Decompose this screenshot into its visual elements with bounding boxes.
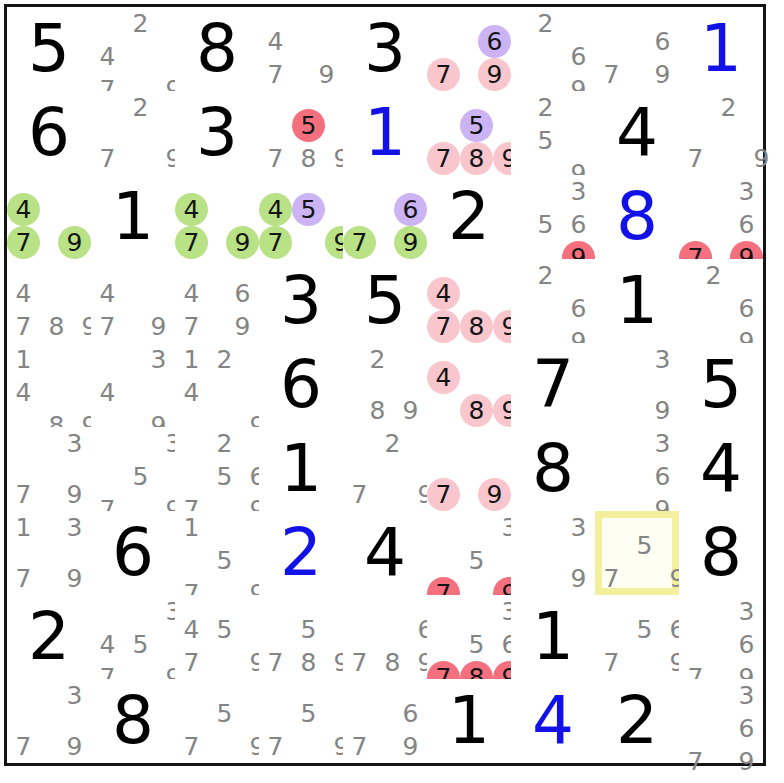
cell-r2c2[interactable]: 279 [91,91,176,176]
candidate-7-pink-highlight: 7 [427,310,460,343]
cell-r5c7[interactable]: 7 [511,343,596,428]
candidate-slot-2 [292,7,310,25]
cell-r2c9[interactable]: 279 [679,91,763,176]
candidate-grid: 1579 [175,511,259,595]
candidate-9: 9 [142,310,175,343]
candidate-slot-3 [562,7,595,40]
cell-r2c4[interactable]: 5789 [259,91,344,176]
candidate-slot-7: 7 [595,562,628,595]
cell-r6c4[interactable]: 1 [259,427,344,514]
candidate-slot-3 [562,91,595,124]
cell-r3c5[interactable]: 679 [343,175,428,262]
candidate-slot-5 [124,124,157,142]
candidate-slot-4 [595,460,621,493]
candidate-slot-6 [310,25,343,58]
candidate-slot-4 [427,628,460,661]
candidate-slot-5 [712,208,730,241]
candidate-slot-1: 1 [175,343,208,376]
cell-r1c8[interactable]: 679 [595,7,680,92]
candidate-slot-8 [628,646,661,679]
candidate-6: 6 [730,292,763,325]
cell-r3c9[interactable]: 3679 [679,175,763,262]
candidate-9-green-highlight: 9 [58,226,91,259]
cell-r5c9[interactable]: 5 [679,343,763,428]
candidate-grid: 289 [343,343,427,427]
candidate-slot-1 [259,91,292,109]
candidate-slot-6 [58,712,91,730]
candidate-slot-8 [292,226,325,259]
candidate-slot-5: 5 [208,460,241,493]
candidate-9-green-highlight: 9 [394,226,427,259]
cell-r8c5[interactable]: 6789 [343,595,428,680]
candidate-9: 9 [394,730,427,763]
candidate-slot-3: 3 [730,595,763,628]
candidate-slot-6 [562,124,595,157]
candidate-slot-5 [40,544,58,562]
cell-r8c8[interactable]: 5679 [595,595,680,680]
candidate-slot-1 [7,679,40,712]
candidate-slot-9: 9 [58,562,91,595]
candidate-slot-6: 6 [394,697,427,730]
cell-r1c3[interactable]: 8 [175,7,262,92]
candidate-slot-8 [208,646,241,679]
cell-r4c1[interactable]: 4789 [7,259,92,344]
candidate-5: 5 [628,529,661,562]
cell-r8c7[interactable]: 1 [511,595,596,680]
given-value: 1 [616,259,658,343]
candidate-slot-2 [537,511,563,544]
cell-r1c4[interactable]: 479 [259,7,344,92]
cell-r3c6[interactable]: 2 [427,175,514,262]
candidate-7-green-highlight: 7 [259,226,292,259]
cell-r2c7[interactable]: 259 [511,91,596,176]
candidate-2: 2 [361,343,394,376]
cell-r9c6[interactable]: 1 [427,679,514,763]
candidate-9: 9 [58,562,91,595]
candidate-slot-3 [394,175,427,193]
candidate-7: 7 [595,646,628,679]
cell-r6c6[interactable]: 79 [427,427,514,514]
candidate-slot-4 [511,40,529,73]
solved-value: 4 [532,679,574,763]
candidate-slot-5 [40,376,73,409]
cell-r6c2[interactable]: 3579 [91,427,176,514]
candidate-7: 7 [259,730,292,763]
cell-r4c4[interactable]: 3 [259,259,344,344]
cell-r5c8[interactable]: 39 [595,343,680,428]
candidate-slot-5 [712,628,730,661]
candidate-slot-5 [376,193,394,226]
cell-r9c1[interactable]: 379 [7,679,92,763]
cell-r7c7[interactable]: 39 [511,511,596,596]
candidate-grid: 39 [595,343,679,427]
candidate-slot-8: 8 [460,142,493,175]
candidate-slot-2 [529,175,562,208]
given-value: 5 [28,7,70,91]
cell-r6c5[interactable]: 279 [343,427,428,514]
candidate-slot-6: 6 [394,193,427,226]
candidate-2: 2 [529,91,562,124]
candidate-slot-2: 2 [529,7,562,40]
candidate-slot-8 [40,226,58,259]
candidate-grid: 1489 [7,343,91,427]
cell-r3c8[interactable]: 8 [595,175,680,262]
candidate-slot-9: 9 [478,58,511,91]
candidate-grid: 3579 [91,427,175,511]
candidate-slot-1 [7,175,40,193]
candidate-slot-7: 7 [175,310,208,343]
cell-r6c3[interactable]: 25679 [175,427,262,514]
candidate-grid: 5789 [427,91,511,175]
candidate-slot-5 [208,277,226,310]
cell-r8c6[interactable]: 356789 [427,595,514,680]
cell-r2c6[interactable]: 5789 [427,91,514,176]
cell-r7c8-selected[interactable]: 579 [595,511,680,596]
cell-r7c1[interactable]: 1379 [7,511,92,596]
candidate-2: 2 [124,91,157,124]
candidate-slot-8 [376,730,394,763]
candidate-slot-7: 7 [595,646,628,679]
candidate-7: 7 [259,142,292,175]
candidate-slot-7: 7 [7,226,40,259]
candidate-5-red-highlight: 5 [292,109,325,142]
candidate-slot-1 [175,679,208,697]
candidate-7: 7 [175,646,208,679]
cell-r4c3[interactable]: 4679 [175,259,262,344]
cell-r3c2[interactable]: 1 [91,175,176,262]
cell-r6c9[interactable]: 4 [679,427,763,514]
candidate-grid: 5679 [595,595,679,679]
candidate-grid: 269 [511,259,595,343]
candidate-slot-2 [712,679,730,712]
solved-value: 8 [616,175,658,259]
candidate-9: 9 [310,58,343,91]
candidate-5: 5 [529,124,562,157]
candidate-slot-6: 6 [562,292,595,325]
candidate-slot-2 [628,511,661,529]
candidate-slot-9: 9 [562,562,595,595]
candidate-7: 7 [7,310,40,343]
candidate-9: 9 [226,310,259,343]
candidate-7: 7 [91,142,124,175]
candidate-7-green-highlight: 7 [343,226,376,259]
candidate-slot-1 [259,679,292,697]
cell-r1c9[interactable]: 1 [679,7,763,92]
cell-r7c3[interactable]: 1579 [175,511,262,596]
candidate-slot-1 [91,595,124,628]
candidate-grid: 3579 [427,511,511,595]
candidate-9: 9 [646,394,679,427]
cell-r7c2[interactable]: 6 [91,511,176,596]
given-value: 8 [196,7,238,91]
candidate-slot-1 [175,259,208,277]
candidate-slot-7: 7 [595,58,628,91]
candidate-slot-6: 6 [562,40,595,73]
candidate-slot-7: 7 [427,142,460,175]
candidate-slot-6: 6 [562,208,595,241]
solved-value: 2 [280,511,322,595]
candidate-slot-5: 5 [208,697,241,730]
candidate-grid: 269 [679,259,763,343]
candidate-slot-8: 8 [376,646,409,679]
candidate-slot-7: 7 [259,730,292,763]
candidate-slot-4: 4 [175,277,208,310]
cell-r9c8[interactable]: 2 [595,679,680,763]
candidate-slot-2 [124,259,142,277]
candidate-slot-7: 7 [7,562,40,595]
candidate-slot-4 [679,712,712,745]
cell-r8c4[interactable]: 5789 [259,595,344,680]
cell-r2c8[interactable]: 4 [595,91,680,176]
candidate-slot-5: 5 [292,697,325,730]
candidate-slot-4: 4 [7,193,40,226]
candidate-slot-8 [124,310,142,343]
candidate-slot-1 [7,259,40,277]
candidate-slot-1: 1 [175,511,208,544]
candidate-slot-1 [595,343,621,376]
candidate-slot-2 [208,595,241,613]
candidate-1: 1 [175,511,208,544]
cell-r8c2[interactable]: 34579 [91,595,176,680]
candidate-slot-5 [40,277,73,310]
cell-r2c5[interactable]: 1 [343,91,428,176]
cell-r4c5[interactable]: 5 [343,259,428,344]
candidate-9-green-highlight: 9 [226,226,259,259]
candidate-slot-2: 2 [697,259,730,292]
candidate-slot-5 [460,453,478,479]
cell-r7c5[interactable]: 4 [343,511,428,596]
cell-r4c2[interactable]: 479 [91,259,176,344]
cell-r5c1[interactable]: 1489 [7,343,92,428]
given-value: 8 [112,679,154,763]
candidate-slot-2 [40,343,73,376]
candidate-grid: 34579 [91,595,175,679]
candidate-slot-6 [646,376,679,394]
candidate-slot-4: 4 [175,613,208,646]
candidate-slot-5: 5 [292,613,325,646]
candidate-slot-9: 9 [142,310,175,343]
candidate-slot-7: 7 [259,58,292,91]
candidate-slot-5: 5 [529,208,562,241]
candidate-6: 6 [730,628,763,661]
candidate-slot-4 [595,613,628,646]
candidate-slot-4: 4 [91,277,124,310]
cell-r3c1[interactable]: 479 [7,175,92,262]
candidate-4: 4 [175,376,208,409]
cell-r8c1[interactable]: 2 [7,595,92,680]
cell-r3c7[interactable]: 3569 [511,175,596,262]
cell-r5c6[interactable]: 489 [427,343,514,428]
candidate-7: 7 [679,745,712,778]
cell-r7c6[interactable]: 3579 [427,511,514,596]
candidate-7: 7 [259,646,292,679]
candidate-slot-8: 8 [292,646,325,679]
candidate-slot-1 [175,175,208,193]
candidate-slot-3 [226,259,259,277]
candidate-6-purple-highlight: 6 [478,25,511,58]
candidate-8-pink-highlight: 8 [460,310,493,343]
candidate-grid: 39 [511,511,595,595]
cell-r2c3[interactable]: 3 [175,91,262,176]
candidate-2: 2 [376,427,409,460]
candidate-slot-4: 4 [259,25,292,58]
candidate-slot-6 [562,544,595,562]
cell-r7c4[interactable]: 2 [259,511,344,596]
candidate-2: 2 [124,7,157,40]
cell-r5c2[interactable]: 349 [91,343,176,428]
candidate-slot-4 [679,208,712,241]
candidate-slot-1 [511,259,529,292]
cell-r4c8[interactable]: 1 [595,259,680,344]
cell-r2c1[interactable]: 6 [7,91,92,176]
cell-r5c4[interactable]: 6 [259,343,344,428]
candidate-slot-5 [208,376,241,409]
candidate-slot-7: 7 [259,646,292,679]
candidate-slot-4 [427,109,460,142]
candidate-6: 6 [646,25,679,58]
candidate-slot-8: 8 [292,142,325,175]
candidate-slot-2 [460,91,493,109]
cell-r9c5[interactable]: 679 [343,679,428,763]
candidate-9: 9 [58,730,91,763]
solved-value: 1 [700,7,742,91]
cell-r9c7[interactable]: 4 [511,679,596,763]
candidate-slot-5 [40,712,58,730]
candidate-grid: 3679 [679,175,763,259]
candidate-slot-6: 6 [730,628,763,661]
given-value: 1 [448,679,490,763]
candidate-slot-7: 7 [343,730,376,763]
candidate-slot-8 [208,310,226,343]
candidate-3: 3 [646,427,679,460]
candidate-slot-6 [58,193,91,226]
candidate-slot-9: 9 [226,226,259,259]
candidate-4: 4 [7,277,40,310]
candidate-slot-8: 8 [460,394,493,427]
cell-r1c6[interactable]: 679 [427,7,514,92]
candidate-slot-1 [511,175,529,208]
cell-r5c3[interactable]: 1249 [175,343,262,428]
candidate-slot-7: 7 [7,730,40,763]
cell-r1c7[interactable]: 269 [511,7,596,92]
candidate-slot-2: 2 [712,91,745,124]
candidate-3: 3 [562,175,595,208]
cell-r1c5[interactable]: 3 [343,7,428,92]
candidate-slot-1 [343,679,376,697]
cell-r3c4[interactable]: 4579 [259,175,344,262]
cell-r4c9[interactable]: 269 [679,259,763,344]
cell-r9c9[interactable]: 3679 [679,679,763,763]
candidate-slot-2 [460,595,493,628]
cell-r4c7[interactable]: 269 [511,259,596,344]
candidate-slot-5: 5 [124,628,157,661]
candidate-slot-7: 7 [343,226,376,259]
candidate-4-green-highlight: 4 [175,193,208,226]
candidate-7: 7 [343,730,376,763]
candidate-5: 5 [292,613,325,646]
cell-r8c9[interactable]: 3679 [679,595,763,680]
candidate-slot-7: 7 [427,58,460,91]
candidate-slot-5: 5 [208,613,241,646]
candidate-6-purple-highlight: 6 [394,193,427,226]
candidate-slot-5 [460,25,478,58]
candidate-slot-4: 4 [427,277,460,310]
candidate-slot-4 [343,697,376,730]
candidate-5: 5 [292,697,325,730]
candidate-3: 3 [730,595,763,628]
candidate-slot-4 [175,460,208,493]
candidate-slot-2 [40,427,58,460]
candidate-4-green-highlight: 4 [7,193,40,226]
candidate-grid: 2479 [91,7,175,91]
cell-r6c1[interactable]: 379 [7,427,92,514]
candidate-slot-5: 5 [460,628,493,661]
cell-r1c2[interactable]: 2479 [91,7,176,92]
candidate-grid: 25679 [175,427,259,511]
candidate-slot-7: 7 [679,745,712,778]
cell-r9c4[interactable]: 579 [259,679,344,763]
candidate-slot-6: 6 [730,292,763,325]
candidate-grid: 1379 [7,511,91,595]
candidate-slot-5 [537,544,563,562]
candidate-slot-5: 5 [628,613,661,646]
sudoku-board: 5247984793679269679162793578915789259427… [4,4,766,766]
cell-r5c5[interactable]: 289 [343,343,428,428]
candidate-slot-7 [427,394,460,427]
candidate-slot-8 [208,226,226,259]
candidate-4: 4 [91,628,124,661]
candidate-6: 6 [226,277,259,310]
candidate-slot-5 [40,193,58,226]
given-value: 1 [280,427,322,511]
given-value: 5 [364,259,406,343]
cell-r9c2[interactable]: 8 [91,679,176,763]
cell-r4c6[interactable]: 4789 [427,259,514,344]
candidate-slot-4 [343,613,376,646]
candidate-slot-3: 3 [730,175,763,208]
candidate-7: 7 [259,58,292,91]
cell-r3c3[interactable]: 479 [175,175,262,262]
candidate-8: 8 [292,142,325,175]
cell-r9c3[interactable]: 579 [175,679,262,763]
candidate-slot-6: 6 [226,277,259,310]
cell-r6c8[interactable]: 369 [595,427,680,514]
candidate-slot-8 [376,226,394,259]
candidate-6: 6 [394,697,427,730]
candidate-7-pink-highlight: 7 [427,58,460,91]
candidate-grid: 679 [343,679,427,763]
cell-r1c1[interactable]: 5 [7,7,92,92]
candidate-slot-1 [427,427,460,453]
candidate-8: 8 [361,394,394,427]
candidate-slot-2 [40,679,58,712]
cell-r8c3[interactable]: 4579 [175,595,262,680]
candidate-slot-7: 7 [175,646,208,679]
candidate-grid: 479 [175,175,259,259]
candidate-3: 3 [58,511,91,544]
candidate-9: 9 [730,745,763,778]
candidate-slot-2: 2 [124,91,157,124]
candidate-slot-5: 5 [628,529,661,562]
cell-r6c7[interactable]: 8 [511,427,596,514]
candidate-2: 2 [529,259,562,292]
candidate-slot-9: 9 [310,58,343,91]
candidate-slot-4 [175,697,208,730]
candidate-slot-6: 6 [730,712,763,745]
candidate-slot-4 [259,697,292,730]
candidate-slot-1 [511,511,537,544]
cell-r7c9[interactable]: 8 [679,511,763,596]
